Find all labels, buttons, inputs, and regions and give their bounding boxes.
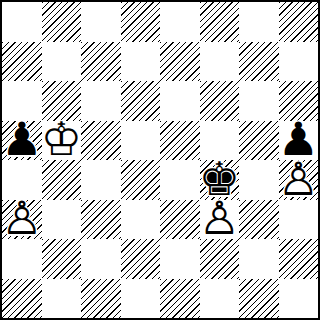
square-g2[interactable] <box>239 239 279 279</box>
square-a6[interactable] <box>2 81 42 121</box>
square-g1[interactable] <box>239 279 279 319</box>
piece-glyph-fill: ♟ <box>278 116 319 162</box>
square-c1[interactable] <box>81 279 121 319</box>
square-f8[interactable] <box>200 2 240 42</box>
square-h5[interactable]: ♟ <box>279 121 319 161</box>
square-f7[interactable] <box>200 42 240 82</box>
square-b5[interactable]: ♚♔ <box>42 121 82 161</box>
square-h8[interactable] <box>279 2 319 42</box>
square-e4[interactable] <box>160 160 200 200</box>
square-f6[interactable] <box>200 81 240 121</box>
square-e7[interactable] <box>160 42 200 82</box>
square-f1[interactable] <box>200 279 240 319</box>
square-d6[interactable] <box>121 81 161 121</box>
piece-black-king-f4: ♚ <box>200 160 240 200</box>
piece-glyph-fill: ♟ <box>1 116 42 162</box>
square-d8[interactable] <box>121 2 161 42</box>
piece-glyph-fill: ♚ <box>199 156 240 202</box>
square-b1[interactable] <box>42 279 82 319</box>
square-h1[interactable] <box>279 279 319 319</box>
square-e6[interactable] <box>160 81 200 121</box>
piece-glyph-outline: ♔ <box>41 116 82 162</box>
square-f2[interactable] <box>200 239 240 279</box>
piece-white-king-b5: ♚♔ <box>42 121 82 161</box>
square-c5[interactable] <box>81 121 121 161</box>
square-f5[interactable] <box>200 121 240 161</box>
square-d7[interactable] <box>121 42 161 82</box>
square-f3[interactable]: ♟♙ <box>200 200 240 240</box>
square-c2[interactable] <box>81 239 121 279</box>
square-g4[interactable] <box>239 160 279 200</box>
piece-black-pawn-h5: ♟ <box>279 121 319 161</box>
square-g6[interactable] <box>239 81 279 121</box>
square-g3[interactable] <box>239 200 279 240</box>
square-h3[interactable] <box>279 200 319 240</box>
piece-white-pawn-f3: ♟♙ <box>200 200 240 240</box>
square-b6[interactable] <box>42 81 82 121</box>
piece-glyph-fill: ♟ <box>199 195 240 241</box>
square-h6[interactable] <box>279 81 319 121</box>
square-d1[interactable] <box>121 279 161 319</box>
square-a1[interactable] <box>2 279 42 319</box>
square-d2[interactable] <box>121 239 161 279</box>
square-c7[interactable] <box>81 42 121 82</box>
square-h2[interactable] <box>279 239 319 279</box>
square-d4[interactable] <box>121 160 161 200</box>
square-e5[interactable] <box>160 121 200 161</box>
piece-black-pawn-a5: ♟ <box>2 121 42 161</box>
square-f4[interactable]: ♚ <box>200 160 240 200</box>
piece-glyph-outline: ♙ <box>278 156 319 202</box>
square-b3[interactable] <box>42 200 82 240</box>
square-c6[interactable] <box>81 81 121 121</box>
square-e8[interactable] <box>160 2 200 42</box>
square-h4[interactable]: ♟♙ <box>279 160 319 200</box>
chess-board: ♟♚♔♟♚♟♙♟♙♟♙ <box>0 0 320 320</box>
square-g7[interactable] <box>239 42 279 82</box>
piece-glyph-fill: ♟ <box>278 156 319 202</box>
square-a8[interactable] <box>2 2 42 42</box>
square-a2[interactable] <box>2 239 42 279</box>
piece-glyph-outline: ♙ <box>1 195 42 241</box>
piece-white-pawn-a3: ♟♙ <box>2 200 42 240</box>
square-a3[interactable]: ♟♙ <box>2 200 42 240</box>
square-e3[interactable] <box>160 200 200 240</box>
square-g8[interactable] <box>239 2 279 42</box>
square-b4[interactable] <box>42 160 82 200</box>
square-h7[interactable] <box>279 42 319 82</box>
square-a4[interactable] <box>2 160 42 200</box>
square-b2[interactable] <box>42 239 82 279</box>
piece-glyph-fill: ♚ <box>41 116 82 162</box>
square-a7[interactable] <box>2 42 42 82</box>
piece-glyph-outline: ♙ <box>199 195 240 241</box>
square-b8[interactable] <box>42 2 82 42</box>
square-a5[interactable]: ♟ <box>2 121 42 161</box>
square-c3[interactable] <box>81 200 121 240</box>
piece-white-pawn-h4: ♟♙ <box>279 160 319 200</box>
square-c8[interactable] <box>81 2 121 42</box>
square-d3[interactable] <box>121 200 161 240</box>
square-g5[interactable] <box>239 121 279 161</box>
square-e1[interactable] <box>160 279 200 319</box>
piece-glyph-fill: ♟ <box>1 195 42 241</box>
square-c4[interactable] <box>81 160 121 200</box>
square-d5[interactable] <box>121 121 161 161</box>
square-e2[interactable] <box>160 239 200 279</box>
square-b7[interactable] <box>42 42 82 82</box>
